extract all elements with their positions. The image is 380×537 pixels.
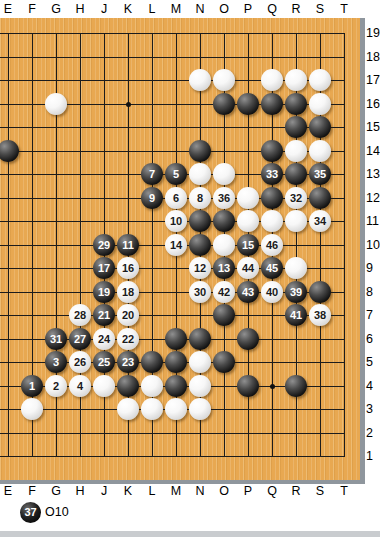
stone-black-P6 (237, 328, 259, 350)
column-label-top-F: F (28, 2, 36, 16)
column-label-bottom-J: J (101, 484, 107, 498)
stone-white-M12: 6 (165, 187, 187, 209)
stone-black-L5 (141, 351, 163, 373)
stone-black-R4 (285, 375, 307, 397)
stone-black-H6: 27 (69, 328, 91, 350)
stone-black-J5: 25 (93, 351, 115, 373)
stone-black-N6 (189, 328, 211, 350)
stone-black-F4: 1 (21, 375, 43, 397)
stone-white-Q10: 46 (261, 234, 283, 256)
row-label-6: 6 (366, 332, 380, 346)
star-point-Q4 (270, 384, 275, 389)
column-label-top-Q: Q (267, 2, 277, 16)
stone-black-G6: 31 (45, 328, 67, 350)
stone-black-Q14 (261, 140, 283, 162)
stone-white-O12: 36 (213, 187, 235, 209)
move-caption: 37 O10 (20, 501, 69, 523)
stone-black-P10: 15 (237, 234, 259, 256)
stone-black-O5 (213, 351, 235, 373)
column-label-bottom-S: S (316, 484, 324, 498)
stone-white-K9: 16 (117, 257, 139, 279)
row-label-16: 16 (366, 97, 380, 111)
row-label-3: 3 (366, 402, 380, 416)
caption-point: O10 (45, 505, 69, 519)
column-label-bottom-G: G (51, 484, 61, 498)
stone-white-N3 (189, 398, 211, 420)
stone-white-K6: 22 (117, 328, 139, 350)
column-label-top-P: P (244, 2, 252, 16)
stone-white-R11 (285, 210, 307, 232)
column-label-top-J: J (101, 2, 107, 16)
stone-black-M6 (165, 328, 187, 350)
row-label-12: 12 (366, 191, 380, 205)
column-label-top-K: K (124, 2, 132, 16)
stone-black-L12: 9 (141, 187, 163, 209)
column-label-top-S: S (316, 2, 324, 16)
grid-line-row-19 (0, 33, 345, 34)
stone-black-M5 (165, 351, 187, 373)
stone-white-S11: 34 (309, 210, 331, 232)
grid-line-row-1 (0, 456, 345, 457)
stone-black-N11 (189, 210, 211, 232)
column-label-top-H: H (75, 2, 84, 16)
row-label-18: 18 (366, 50, 380, 64)
stone-black-R13 (285, 163, 307, 185)
caption-move-number: 37 (24, 506, 36, 518)
stone-black-J9: 17 (93, 257, 115, 279)
stone-white-S17 (309, 69, 331, 91)
column-label-bottom-E: E (4, 484, 12, 498)
stone-black-Q16 (261, 93, 283, 115)
column-label-bottom-P: P (244, 484, 252, 498)
stone-black-R7: 41 (285, 304, 307, 326)
stone-white-K3 (117, 398, 139, 420)
stone-white-O17 (213, 69, 235, 91)
row-label-2: 2 (366, 426, 380, 440)
stone-black-O11 (213, 210, 235, 232)
stone-black-Q12 (261, 187, 283, 209)
stone-black-Q9: 45 (261, 257, 283, 279)
stone-white-J6: 24 (93, 328, 115, 350)
stone-white-N4 (189, 375, 211, 397)
stone-white-K8: 18 (117, 281, 139, 303)
stone-white-P11 (237, 210, 259, 232)
column-label-top-N: N (195, 2, 204, 16)
stone-black-L13: 7 (141, 163, 163, 185)
stone-black-K4 (117, 375, 139, 397)
column-label-top-M: M (171, 2, 181, 16)
column-label-bottom-L: L (149, 484, 156, 498)
stone-white-Q17 (261, 69, 283, 91)
stone-black-J10: 29 (93, 234, 115, 256)
column-label-bottom-Q: Q (267, 484, 277, 498)
row-label-14: 14 (366, 144, 380, 158)
stone-white-M10: 14 (165, 234, 187, 256)
stone-black-R16 (285, 93, 307, 115)
column-label-top-E: E (4, 2, 12, 16)
column-label-top-G: G (51, 2, 61, 16)
window-bottom-border (0, 531, 380, 537)
stone-black-N10 (189, 234, 211, 256)
stone-black-O16 (213, 93, 235, 115)
grid-line-col-T (344, 33, 345, 457)
stone-white-L4 (141, 375, 163, 397)
stone-black-R15 (285, 116, 307, 138)
stone-white-Q8: 40 (261, 281, 283, 303)
stone-black-K5: 23 (117, 351, 139, 373)
stone-black-S12 (309, 187, 331, 209)
stone-white-R12: 32 (285, 187, 307, 209)
row-label-11: 11 (366, 214, 380, 228)
row-label-5: 5 (366, 355, 380, 369)
stone-white-N17 (189, 69, 211, 91)
stone-black-M13: 5 (165, 163, 187, 185)
grid-line-col-E (8, 33, 9, 457)
row-label-17: 17 (366, 73, 380, 87)
grid-line-row-2 (0, 433, 345, 434)
stone-white-F3 (21, 398, 43, 420)
stone-white-G4: 2 (45, 375, 67, 397)
column-label-top-O: O (219, 2, 229, 16)
stone-black-P16 (237, 93, 259, 115)
column-label-bottom-R: R (291, 484, 300, 498)
stone-white-S16 (309, 93, 331, 115)
stone-white-N13 (189, 163, 211, 185)
go-board[interactable]: 7533359683632103429111415461716121344451… (0, 18, 360, 480)
stone-white-G16 (45, 93, 67, 115)
column-label-bottom-K: K (124, 484, 132, 498)
stone-white-H4: 4 (69, 375, 91, 397)
row-label-10: 10 (366, 238, 380, 252)
stone-white-J4 (93, 375, 115, 397)
stone-white-K7: 20 (117, 304, 139, 326)
stone-white-L3 (141, 398, 163, 420)
row-label-9: 9 (366, 261, 380, 275)
stone-white-R9 (285, 257, 307, 279)
row-label-4: 4 (366, 379, 380, 393)
stone-white-M3 (165, 398, 187, 420)
stone-white-N9: 12 (189, 257, 211, 279)
stone-white-P9: 44 (237, 257, 259, 279)
stone-white-M11: 10 (165, 210, 187, 232)
stone-black-S8 (309, 281, 331, 303)
column-label-bottom-H: H (75, 484, 84, 498)
stone-white-H7: 28 (69, 304, 91, 326)
stone-black-M4 (165, 375, 187, 397)
stone-white-Q11 (261, 210, 283, 232)
stone-black-S13: 35 (309, 163, 331, 185)
star-point-K16 (126, 102, 131, 107)
stone-white-P12 (237, 187, 259, 209)
stone-white-O13 (213, 163, 235, 185)
stone-black-P4 (237, 375, 259, 397)
stone-white-S7: 38 (309, 304, 331, 326)
column-label-bottom-T: T (340, 484, 348, 498)
stone-white-N8: 30 (189, 281, 211, 303)
stone-black-G5: 3 (45, 351, 67, 373)
column-label-top-T: T (340, 2, 348, 16)
black-stone-icon: 37 (20, 502, 41, 523)
row-label-15: 15 (366, 120, 380, 134)
column-label-bottom-M: M (171, 484, 181, 498)
stone-white-N5 (189, 351, 211, 373)
column-label-bottom-N: N (195, 484, 204, 498)
stone-black-R8: 39 (285, 281, 307, 303)
stone-white-H5: 26 (69, 351, 91, 373)
row-label-8: 8 (366, 285, 380, 299)
column-label-top-L: L (149, 2, 156, 16)
stone-black-Q13: 33 (261, 163, 283, 185)
column-label-bottom-O: O (219, 484, 229, 498)
grid-line-row-18 (0, 57, 345, 58)
row-label-1: 1 (366, 449, 380, 463)
stone-black-N14 (189, 140, 211, 162)
stone-white-O8: 42 (213, 281, 235, 303)
column-label-top-R: R (291, 2, 300, 16)
stone-black-S15 (309, 116, 331, 138)
stone-black-J8: 19 (93, 281, 115, 303)
stone-white-S14 (309, 140, 331, 162)
stone-white-O10 (213, 234, 235, 256)
stone-black-O7 (213, 304, 235, 326)
stone-black-E14 (0, 140, 19, 162)
stone-black-O9: 13 (213, 257, 235, 279)
stone-black-P8: 43 (237, 281, 259, 303)
row-label-7: 7 (366, 308, 380, 322)
stone-white-N12: 8 (189, 187, 211, 209)
stone-black-K10: 11 (117, 234, 139, 256)
board-edge-shadow-bottom (0, 480, 365, 484)
stone-black-J7: 21 (93, 304, 115, 326)
row-label-13: 13 (366, 167, 380, 181)
row-label-19: 19 (366, 26, 380, 40)
column-label-bottom-F: F (28, 484, 36, 498)
stone-white-R14 (285, 140, 307, 162)
board-edge-shadow-right (360, 18, 365, 483)
stone-white-R17 (285, 69, 307, 91)
